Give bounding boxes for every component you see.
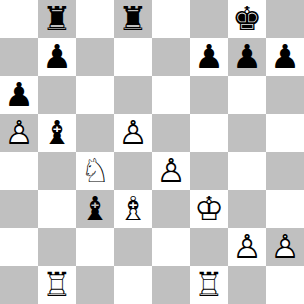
square-e7[interactable]	[152, 38, 190, 76]
white-pawn-outline: ♙	[152, 151, 190, 189]
white-knight[interactable]: ♞♘	[76, 152, 114, 190]
square-e2[interactable]	[152, 228, 190, 266]
white-pawn[interactable]: ♟♙	[152, 152, 190, 190]
white-rook-outline: ♖	[38, 265, 76, 303]
square-f8[interactable]	[190, 0, 228, 38]
square-h6[interactable]	[266, 76, 304, 114]
square-b8[interactable]: ♜	[38, 0, 76, 38]
black-king-glyph: ♚	[228, 0, 266, 37]
square-g6[interactable]	[228, 76, 266, 114]
square-c7[interactable]	[76, 38, 114, 76]
square-c4[interactable]: ♞♘	[76, 152, 114, 190]
black-bishop-glyph: ♝	[38, 113, 76, 151]
square-h8[interactable]	[266, 0, 304, 38]
white-pawn[interactable]: ♟♙	[0, 114, 38, 152]
square-b6[interactable]	[38, 76, 76, 114]
square-b3[interactable]	[38, 190, 76, 228]
square-d8[interactable]: ♜	[114, 0, 152, 38]
black-pawn-glyph: ♟	[228, 37, 266, 75]
square-f6[interactable]	[190, 76, 228, 114]
black-bishop-glyph: ♝	[76, 189, 114, 227]
white-pawn[interactable]: ♟♙	[266, 228, 304, 266]
black-pawn[interactable]: ♟	[0, 76, 38, 114]
black-pawn-glyph: ♟	[266, 37, 304, 75]
square-b4[interactable]	[38, 152, 76, 190]
square-c3[interactable]: ♝	[76, 190, 114, 228]
square-h3[interactable]	[266, 190, 304, 228]
black-rook-glyph: ♜	[38, 0, 76, 37]
white-rook[interactable]: ♜♖	[190, 266, 228, 304]
black-pawn-glyph: ♟	[0, 75, 38, 113]
black-rook-glyph: ♜	[114, 0, 152, 37]
square-d1[interactable]	[114, 266, 152, 304]
square-d2[interactable]	[114, 228, 152, 266]
square-b1[interactable]: ♜♖	[38, 266, 76, 304]
square-e8[interactable]	[152, 0, 190, 38]
black-pawn[interactable]: ♟	[266, 38, 304, 76]
square-a4[interactable]	[0, 152, 38, 190]
square-c2[interactable]	[76, 228, 114, 266]
square-b2[interactable]	[38, 228, 76, 266]
square-h2[interactable]: ♟♙	[266, 228, 304, 266]
black-pawn[interactable]: ♟	[228, 38, 266, 76]
square-c1[interactable]	[76, 266, 114, 304]
square-f3[interactable]: ♚♔	[190, 190, 228, 228]
square-c5[interactable]	[76, 114, 114, 152]
black-rook[interactable]: ♜	[38, 0, 76, 38]
white-rook[interactable]: ♜♖	[38, 266, 76, 304]
square-h5[interactable]	[266, 114, 304, 152]
square-g7[interactable]: ♟	[228, 38, 266, 76]
white-knight-outline: ♘	[76, 151, 114, 189]
square-a3[interactable]	[0, 190, 38, 228]
square-e5[interactable]	[152, 114, 190, 152]
square-g2[interactable]: ♟♙	[228, 228, 266, 266]
square-g4[interactable]	[228, 152, 266, 190]
square-a1[interactable]	[0, 266, 38, 304]
white-pawn[interactable]: ♟♙	[114, 114, 152, 152]
black-bishop[interactable]: ♝	[38, 114, 76, 152]
square-g8[interactable]: ♚	[228, 0, 266, 38]
white-king[interactable]: ♚♔	[190, 190, 228, 228]
square-c6[interactable]	[76, 76, 114, 114]
white-rook-outline: ♖	[190, 265, 228, 303]
white-bishop[interactable]: ♝♗	[114, 190, 152, 228]
square-f1[interactable]: ♜♖	[190, 266, 228, 304]
white-king-outline: ♔	[190, 189, 228, 227]
square-a5[interactable]: ♟♙	[0, 114, 38, 152]
square-a8[interactable]	[0, 0, 38, 38]
black-rook[interactable]: ♜	[114, 0, 152, 38]
square-e1[interactable]	[152, 266, 190, 304]
square-c8[interactable]	[76, 0, 114, 38]
black-pawn[interactable]: ♟	[38, 38, 76, 76]
square-a7[interactable]	[0, 38, 38, 76]
square-h1[interactable]	[266, 266, 304, 304]
chess-board: ♜♜♚♟♟♟♟♟♟♙♝♟♙♞♘♟♙♝♝♗♚♔♟♙♟♙♜♖♜♖	[0, 0, 304, 304]
square-d6[interactable]	[114, 76, 152, 114]
square-e4[interactable]: ♟♙	[152, 152, 190, 190]
square-d7[interactable]	[114, 38, 152, 76]
square-a2[interactable]	[0, 228, 38, 266]
white-pawn-outline: ♙	[266, 227, 304, 265]
square-e3[interactable]	[152, 190, 190, 228]
square-g1[interactable]	[228, 266, 266, 304]
square-d5[interactable]: ♟♙	[114, 114, 152, 152]
square-a6[interactable]: ♟	[0, 76, 38, 114]
white-pawn-outline: ♙	[228, 227, 266, 265]
square-e6[interactable]	[152, 76, 190, 114]
black-pawn-glyph: ♟	[38, 37, 76, 75]
square-b7[interactable]: ♟	[38, 38, 76, 76]
square-f2[interactable]	[190, 228, 228, 266]
square-h4[interactable]	[266, 152, 304, 190]
white-bishop-outline: ♗	[114, 189, 152, 227]
square-g5[interactable]	[228, 114, 266, 152]
square-f4[interactable]	[190, 152, 228, 190]
black-king[interactable]: ♚	[228, 0, 266, 38]
square-g3[interactable]	[228, 190, 266, 228]
square-d4[interactable]	[114, 152, 152, 190]
black-pawn[interactable]: ♟	[190, 38, 228, 76]
white-pawn[interactable]: ♟♙	[228, 228, 266, 266]
square-f5[interactable]	[190, 114, 228, 152]
square-b5[interactable]: ♝	[38, 114, 76, 152]
black-pawn-glyph: ♟	[190, 37, 228, 75]
white-pawn-outline: ♙	[114, 113, 152, 151]
square-d3[interactable]: ♝♗	[114, 190, 152, 228]
white-pawn-outline: ♙	[0, 113, 38, 151]
chess-diagram: ♜♜♚♟♟♟♟♟♟♙♝♟♙♞♘♟♙♝♝♗♚♔♟♙♟♙♜♖♜♖	[0, 0, 304, 304]
square-h7[interactable]: ♟	[266, 38, 304, 76]
square-f7[interactable]: ♟	[190, 38, 228, 76]
black-bishop[interactable]: ♝	[76, 190, 114, 228]
